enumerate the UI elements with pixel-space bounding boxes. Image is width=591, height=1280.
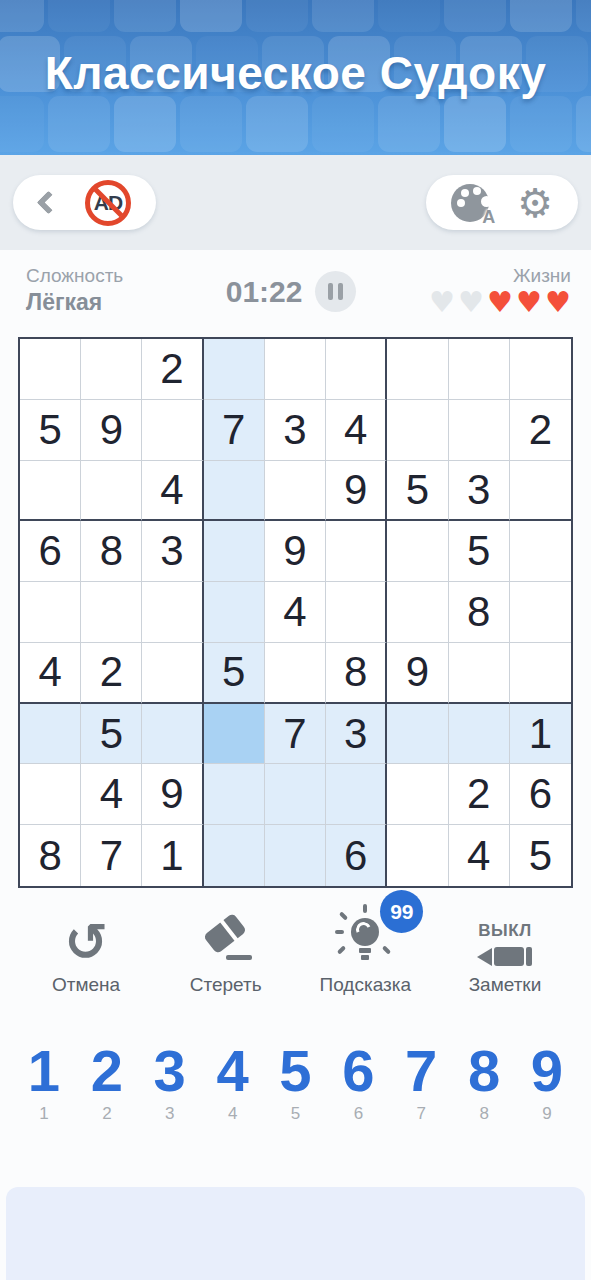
cell-r4c6[interactable] (326, 521, 387, 582)
no-ads-icon[interactable]: AD (85, 180, 131, 226)
timer-value: 01:22 (226, 275, 303, 309)
cell-r1c1[interactable] (20, 339, 81, 400)
numpad: 112233445566778899 (0, 1042, 591, 1124)
pencil-marker-icon (477, 947, 532, 966)
lives-hearts: ♥♥♥♥♥ (429, 288, 571, 317)
cell-r3c9[interactable] (510, 461, 571, 522)
cell-r9c2[interactable]: 7 (81, 825, 142, 886)
heart-icon-1: ♥ (429, 288, 455, 317)
cell-r2c3[interactable] (142, 400, 203, 461)
heart-icon-4: ♥ (516, 288, 542, 317)
numpad-digit: 2 (91, 1042, 123, 1100)
ad-banner (6, 1187, 585, 1280)
cell-r9c6[interactable]: 6 (326, 825, 387, 886)
numpad-count: 5 (291, 1104, 300, 1124)
cell-r9c8[interactable]: 4 (449, 825, 510, 886)
cell-r8c9[interactable]: 6 (510, 764, 571, 825)
cell-r4c4[interactable] (204, 521, 265, 582)
cell-r8c5[interactable] (265, 764, 326, 825)
numpad-key-8[interactable]: 88 (460, 1042, 508, 1124)
cell-r4c3[interactable]: 3 (142, 521, 203, 582)
numpad-key-4[interactable]: 44 (209, 1042, 257, 1124)
hint-button[interactable]: 99 Подсказка (305, 904, 425, 996)
cell-r2c9[interactable]: 2 (510, 400, 571, 461)
page-title: Классическое Судоку (0, 46, 591, 100)
cell-r4c8[interactable]: 5 (449, 521, 510, 582)
notes-state-badge: ВЫКЛ (478, 921, 531, 941)
cell-r5c3[interactable] (142, 582, 203, 643)
numpad-count: 6 (354, 1104, 363, 1124)
cell-r4c9[interactable] (510, 521, 571, 582)
numpad-count: 8 (479, 1104, 488, 1124)
pause-button[interactable] (315, 271, 356, 312)
cell-r8c8[interactable]: 2 (449, 764, 510, 825)
numpad-key-3[interactable]: 33 (146, 1042, 194, 1124)
undo-icon: ↺ (64, 919, 108, 966)
cell-r7c5[interactable]: 7 (265, 704, 326, 765)
cell-r6c2[interactable]: 2 (81, 643, 142, 704)
numpad-count: 7 (417, 1104, 426, 1124)
numpad-count: 1 (39, 1104, 48, 1124)
numpad-count: 2 (102, 1104, 111, 1124)
numpad-digit: 8 (468, 1042, 500, 1100)
difficulty-block: Сложность Лёгкая (26, 265, 123, 316)
cell-r1c8[interactable] (449, 339, 510, 400)
cell-r1c2[interactable] (81, 339, 142, 400)
difficulty-label: Сложность (26, 265, 123, 287)
top-toolbar: AD A ⚙ (0, 155, 591, 250)
settings-gear-icon[interactable]: ⚙ (517, 183, 553, 223)
cell-r5c1[interactable] (20, 582, 81, 643)
cell-r4c7[interactable] (387, 521, 448, 582)
cell-r1c9[interactable] (510, 339, 571, 400)
cell-r5c5[interactable]: 4 (265, 582, 326, 643)
numpad-digit: 1 (28, 1042, 60, 1100)
cell-r7c9[interactable]: 1 (510, 704, 571, 765)
cell-r5c4[interactable] (204, 582, 265, 643)
cell-r5c7[interactable] (387, 582, 448, 643)
left-toolbar-pill: AD (13, 175, 156, 230)
numpad-digit: 4 (216, 1042, 248, 1100)
cell-r3c8[interactable]: 3 (449, 461, 510, 522)
erase-button[interactable]: Стереть (166, 904, 286, 996)
cell-r5c9[interactable] (510, 582, 571, 643)
numpad-count: 4 (228, 1104, 237, 1124)
cell-r7c3[interactable] (142, 704, 203, 765)
cell-r3c4[interactable] (204, 461, 265, 522)
numpad-key-9[interactable]: 99 (523, 1042, 571, 1124)
difficulty-value: Лёгкая (26, 289, 123, 316)
cell-r6c5[interactable] (265, 643, 326, 704)
lives-label: Жизни (513, 265, 571, 287)
cell-r3c5[interactable] (265, 461, 326, 522)
numpad-key-1[interactable]: 11 (20, 1042, 68, 1124)
cell-r1c6[interactable] (326, 339, 387, 400)
numpad-key-5[interactable]: 55 (272, 1042, 320, 1124)
numpad-digit: 5 (279, 1042, 311, 1100)
cell-r7c7[interactable] (387, 704, 448, 765)
cell-r4c2[interactable]: 8 (81, 521, 142, 582)
theme-palette-icon[interactable]: A (451, 184, 489, 222)
undo-button[interactable]: ↺ Отмена (26, 904, 146, 996)
cell-r8c3[interactable]: 9 (142, 764, 203, 825)
numpad-digit: 9 (531, 1042, 563, 1100)
cell-r8c2[interactable]: 4 (81, 764, 142, 825)
numpad-key-2[interactable]: 22 (83, 1042, 131, 1124)
cell-r7c8[interactable] (449, 704, 510, 765)
cell-r9c3[interactable]: 1 (142, 825, 203, 886)
right-toolbar-pill: A ⚙ (426, 175, 578, 230)
cell-r9c1[interactable]: 8 (20, 825, 81, 886)
cell-r5c6[interactable] (326, 582, 387, 643)
cell-r3c7[interactable]: 5 (387, 461, 448, 522)
app-header: Классическое Судоку (0, 0, 591, 155)
numpad-count: 9 (542, 1104, 551, 1124)
numpad-count: 3 (165, 1104, 174, 1124)
back-chevron-icon[interactable] (36, 190, 60, 214)
cell-r4c1[interactable]: 6 (20, 521, 81, 582)
cell-r7c6[interactable]: 3 (326, 704, 387, 765)
cell-r2c1[interactable]: 5 (20, 400, 81, 461)
cell-r1c4[interactable] (204, 339, 265, 400)
cell-r8c4[interactable] (204, 764, 265, 825)
cell-r3c6[interactable]: 9 (326, 461, 387, 522)
cell-r7c1[interactable] (20, 704, 81, 765)
lives-block: Жизни ♥♥♥♥♥ (429, 265, 571, 317)
cell-r6c4[interactable]: 5 (204, 643, 265, 704)
cell-r8c7[interactable] (387, 764, 448, 825)
numpad-digit: 6 (342, 1042, 374, 1100)
cell-r2c7[interactable] (387, 400, 448, 461)
sudoku-board: 2597342495368395484258957314926871645 (18, 337, 573, 888)
numpad-digit: 7 (405, 1042, 437, 1100)
heart-icon-5: ♥ (545, 288, 571, 317)
cell-r2c8[interactable] (449, 400, 510, 461)
cell-r6c1[interactable]: 4 (20, 643, 81, 704)
cell-r3c2[interactable] (81, 461, 142, 522)
cell-r8c1[interactable] (20, 764, 81, 825)
notes-button[interactable]: ВЫКЛ Заметки (445, 904, 565, 996)
stats-row: Сложность Лёгкая 01:22 Жизни ♥♥♥♥♥ (0, 265, 591, 323)
cell-r8c6[interactable] (326, 764, 387, 825)
cell-r7c2[interactable]: 5 (81, 704, 142, 765)
controls-row: ↺ Отмена Стереть 99 Подсказка ВЫКЛ (0, 904, 591, 996)
numpad-digit: 3 (154, 1042, 186, 1100)
cell-r6c9[interactable] (510, 643, 571, 704)
cell-r5c8[interactable]: 8 (449, 582, 510, 643)
cell-r1c5[interactable] (265, 339, 326, 400)
cell-r2c6[interactable]: 4 (326, 400, 387, 461)
cell-r6c3[interactable] (142, 643, 203, 704)
cell-r6c6[interactable]: 8 (326, 643, 387, 704)
cell-r9c5[interactable] (265, 825, 326, 886)
cell-r6c8[interactable] (449, 643, 510, 704)
heart-icon-3: ♥ (487, 288, 513, 317)
cell-r9c4[interactable] (204, 825, 265, 886)
cell-r2c2[interactable]: 9 (81, 400, 142, 461)
cell-r3c3[interactable]: 4 (142, 461, 203, 522)
sudoku-app: Классическое Судоку AD A ⚙ Сложность Лёг… (0, 0, 591, 1280)
eraser-icon (200, 914, 252, 966)
cell-r5c2[interactable] (81, 582, 142, 643)
cell-r7c4[interactable] (204, 704, 265, 765)
numpad-key-6[interactable]: 66 (334, 1042, 382, 1124)
hint-count-badge: 99 (380, 890, 423, 933)
numpad-key-7[interactable]: 77 (397, 1042, 445, 1124)
cell-r9c9[interactable]: 5 (510, 825, 571, 886)
timer-block: 01:22 (226, 271, 357, 312)
cell-r6c7[interactable]: 9 (387, 643, 448, 704)
cell-r2c4[interactable]: 7 (204, 400, 265, 461)
heart-icon-2: ♥ (458, 288, 484, 317)
cell-r3c1[interactable] (20, 461, 81, 522)
cell-r1c7[interactable] (387, 339, 448, 400)
cell-r9c7[interactable] (387, 825, 448, 886)
cell-r1c3[interactable]: 2 (142, 339, 203, 400)
cell-r4c5[interactable]: 9 (265, 521, 326, 582)
cell-r2c5[interactable]: 3 (265, 400, 326, 461)
